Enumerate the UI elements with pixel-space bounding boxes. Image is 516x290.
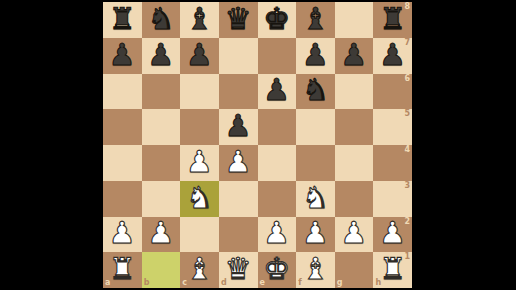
black-pawn[interactable]: ♟ — [186, 40, 213, 70]
square-d3[interactable] — [219, 181, 258, 217]
rank-label-7: 7 — [404, 39, 410, 47]
square-g8[interactable] — [335, 2, 374, 38]
square-b2[interactable]: ♟ — [142, 217, 181, 253]
black-pawn[interactable]: ♟ — [263, 75, 290, 105]
square-a2[interactable]: ♟ — [103, 217, 142, 253]
square-c7[interactable]: ♟ — [180, 38, 219, 74]
white-pawn[interactable]: ♟ — [263, 218, 290, 248]
square-h4[interactable]: 4 — [373, 145, 412, 181]
black-knight[interactable]: ♞ — [147, 4, 174, 34]
white-pawn[interactable]: ♟ — [302, 218, 329, 248]
white-rook[interactable]: ♜ — [379, 254, 406, 284]
file-label-g: g — [337, 279, 343, 287]
white-pawn[interactable]: ♟ — [225, 147, 252, 177]
square-c6[interactable] — [180, 74, 219, 110]
square-e3[interactable] — [258, 181, 297, 217]
square-h6[interactable]: 6 — [373, 74, 412, 110]
square-g1[interactable]: g — [335, 252, 374, 288]
rank-label-8: 8 — [404, 3, 410, 11]
square-g4[interactable] — [335, 145, 374, 181]
square-c4[interactable]: ♟ — [180, 145, 219, 181]
square-f3[interactable]: ♞ — [296, 181, 335, 217]
black-pawn[interactable]: ♟ — [147, 40, 174, 70]
square-b6[interactable] — [142, 74, 181, 110]
black-pawn[interactable]: ♟ — [302, 40, 329, 70]
white-queen[interactable]: ♛ — [225, 254, 252, 284]
square-h7[interactable]: ♟7 — [373, 38, 412, 74]
white-knight[interactable]: ♞ — [186, 183, 213, 213]
square-f1[interactable]: ♝f — [296, 252, 335, 288]
square-d7[interactable] — [219, 38, 258, 74]
square-f4[interactable] — [296, 145, 335, 181]
square-f8[interactable]: ♝ — [296, 2, 335, 38]
white-pawn[interactable]: ♟ — [341, 218, 368, 248]
square-e6[interactable]: ♟ — [258, 74, 297, 110]
square-a3[interactable] — [103, 181, 142, 217]
square-f6[interactable]: ♞ — [296, 74, 335, 110]
square-h3[interactable]: 3 — [373, 181, 412, 217]
black-king[interactable]: ♚ — [263, 4, 290, 34]
square-f5[interactable] — [296, 109, 335, 145]
square-h1[interactable]: ♜1h — [373, 252, 412, 288]
square-a5[interactable] — [103, 109, 142, 145]
square-b7[interactable]: ♟ — [142, 38, 181, 74]
square-c2[interactable] — [180, 217, 219, 253]
black-knight[interactable]: ♞ — [302, 75, 329, 105]
square-d5[interactable]: ♟ — [219, 109, 258, 145]
square-h2[interactable]: ♟2 — [373, 217, 412, 253]
black-rook[interactable]: ♜ — [379, 4, 406, 34]
square-d6[interactable] — [219, 74, 258, 110]
white-bishop[interactable]: ♝ — [186, 254, 213, 284]
square-d1[interactable]: ♛d — [219, 252, 258, 288]
square-h8[interactable]: ♜8 — [373, 2, 412, 38]
square-g2[interactable]: ♟ — [335, 217, 374, 253]
file-label-f: f — [298, 279, 301, 287]
black-pawn[interactable]: ♟ — [225, 111, 252, 141]
square-f2[interactable]: ♟ — [296, 217, 335, 253]
letterbox-background: ♜♞♝♛♚♝♜8♟♟♟♟♟♟7♟♞6♟5♟♟4♞♞3♟♟♟♟♟♟2♜ab♝c♛d… — [0, 0, 516, 290]
black-pawn[interactable]: ♟ — [341, 40, 368, 70]
file-label-h: h — [375, 279, 381, 287]
square-f7[interactable]: ♟ — [296, 38, 335, 74]
black-pawn[interactable]: ♟ — [379, 40, 406, 70]
square-g6[interactable] — [335, 74, 374, 110]
black-rook[interactable]: ♜ — [109, 4, 136, 34]
rank-label-2: 2 — [404, 218, 410, 226]
square-e1[interactable]: ♚e — [258, 252, 297, 288]
square-a8[interactable]: ♜ — [103, 2, 142, 38]
white-pawn[interactable]: ♟ — [379, 218, 406, 248]
white-rook[interactable]: ♜ — [109, 254, 136, 284]
square-c1[interactable]: ♝c — [180, 252, 219, 288]
square-c3[interactable]: ♞ — [180, 181, 219, 217]
square-a6[interactable] — [103, 74, 142, 110]
rank-label-6: 6 — [404, 75, 410, 83]
square-g5[interactable] — [335, 109, 374, 145]
square-b5[interactable] — [142, 109, 181, 145]
square-e7[interactable] — [258, 38, 297, 74]
file-label-b: b — [144, 279, 150, 287]
rank-label-3: 3 — [404, 182, 410, 190]
white-bishop[interactable]: ♝ — [302, 254, 329, 284]
square-d4[interactable]: ♟ — [219, 145, 258, 181]
square-e2[interactable]: ♟ — [258, 217, 297, 253]
square-a4[interactable] — [103, 145, 142, 181]
square-b3[interactable] — [142, 181, 181, 217]
white-pawn[interactable]: ♟ — [186, 147, 213, 177]
white-knight[interactable]: ♞ — [302, 183, 329, 213]
black-queen[interactable]: ♛ — [225, 4, 252, 34]
chess-board: ♜♞♝♛♚♝♜8♟♟♟♟♟♟7♟♞6♟5♟♟4♞♞3♟♟♟♟♟♟2♜ab♝c♛d… — [103, 2, 412, 288]
square-c5[interactable] — [180, 109, 219, 145]
white-king[interactable]: ♚ — [263, 254, 290, 284]
square-a1[interactable]: ♜a — [103, 252, 142, 288]
rank-label-5: 5 — [404, 110, 410, 118]
rank-label-1: 1 — [404, 253, 410, 261]
square-g3[interactable] — [335, 181, 374, 217]
square-a7[interactable]: ♟ — [103, 38, 142, 74]
square-h5[interactable]: 5 — [373, 109, 412, 145]
square-c8[interactable]: ♝ — [180, 2, 219, 38]
square-e4[interactable] — [258, 145, 297, 181]
square-b8[interactable]: ♞ — [142, 2, 181, 38]
square-g7[interactable]: ♟ — [335, 38, 374, 74]
square-e5[interactable] — [258, 109, 297, 145]
black-bishop[interactable]: ♝ — [302, 4, 329, 34]
square-d8[interactable]: ♛ — [219, 2, 258, 38]
square-e8[interactable]: ♚ — [258, 2, 297, 38]
square-b4[interactable] — [142, 145, 181, 181]
rank-label-4: 4 — [404, 146, 410, 154]
black-pawn[interactable]: ♟ — [109, 40, 136, 70]
file-label-e: e — [260, 279, 265, 287]
white-pawn[interactable]: ♟ — [109, 218, 136, 248]
square-b1[interactable]: b — [142, 252, 181, 288]
file-label-d: d — [221, 279, 227, 287]
black-bishop[interactable]: ♝ — [186, 4, 213, 34]
file-label-a: a — [105, 279, 110, 287]
file-label-c: c — [182, 279, 187, 287]
white-pawn[interactable]: ♟ — [147, 218, 174, 248]
square-d2[interactable] — [219, 217, 258, 253]
